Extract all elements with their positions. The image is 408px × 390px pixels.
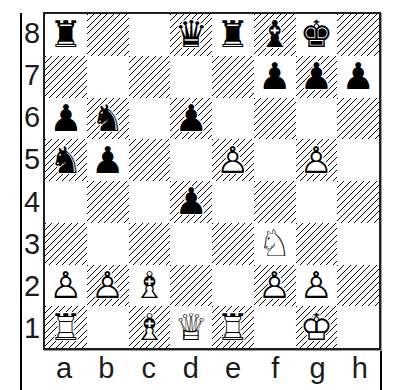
square-g4 — [296, 181, 338, 223]
rank-label-1: 1 — [22, 308, 42, 350]
square-e5: ♟♙ — [212, 139, 254, 181]
square-a7 — [45, 56, 87, 98]
piece-black-knight-b6: ♞ — [87, 98, 129, 140]
square-h4 — [337, 181, 379, 223]
square-f1 — [254, 306, 296, 348]
piece-white-pawn-a2: ♙ — [45, 265, 87, 307]
square-a1: ♜♖ — [45, 306, 87, 348]
piece-white-rook-e1: ♖ — [212, 306, 254, 348]
square-a5: ♞ — [45, 139, 87, 181]
piece-silhouette-e1: ♜ — [212, 306, 254, 348]
square-d2 — [170, 265, 212, 307]
square-b3 — [87, 223, 129, 265]
piece-black-queen-d8: ♛ — [170, 14, 212, 56]
square-b1 — [87, 306, 129, 348]
piece-black-knight-a5: ♞ — [45, 139, 87, 181]
square-e8: ♜ — [212, 14, 254, 56]
file-label-g: g — [297, 349, 339, 387]
square-f5 — [254, 139, 296, 181]
square-e3 — [212, 223, 254, 265]
square-d1: ♛♕ — [170, 306, 212, 348]
square-d6: ♟ — [170, 98, 212, 140]
square-b8 — [87, 14, 129, 56]
square-c3 — [129, 223, 171, 265]
piece-black-pawn-d4: ♟ — [170, 181, 212, 223]
file-labels: abcdefgh — [43, 349, 381, 387]
square-b6: ♞ — [87, 98, 129, 140]
piece-white-pawn-e5: ♙ — [212, 139, 254, 181]
square-g6 — [296, 98, 338, 140]
square-c2: ♝♗ — [129, 265, 171, 307]
piece-silhouette-a1: ♜ — [45, 306, 87, 348]
square-c6 — [129, 98, 171, 140]
square-h7: ♟ — [337, 56, 379, 98]
square-e1: ♜♖ — [212, 306, 254, 348]
piece-silhouette-a2: ♟ — [45, 265, 87, 307]
square-g2: ♟♙ — [296, 265, 338, 307]
square-c7 — [129, 56, 171, 98]
piece-black-bishop-f8: ♝ — [254, 14, 296, 56]
square-a8: ♜ — [45, 14, 87, 56]
piece-silhouette-b2: ♟ — [87, 265, 129, 307]
square-h6 — [337, 98, 379, 140]
square-a2: ♟♙ — [45, 265, 87, 307]
square-f6 — [254, 98, 296, 140]
piece-silhouette-g2: ♟ — [296, 265, 338, 307]
piece-black-king-g8: ♚ — [296, 14, 338, 56]
piece-white-rook-a1: ♖ — [45, 306, 87, 348]
square-b4 — [87, 181, 129, 223]
square-f2: ♟♙ — [254, 265, 296, 307]
piece-silhouette-c2: ♝ — [129, 265, 171, 307]
piece-white-knight-f3: ♘ — [254, 223, 296, 265]
square-g8: ♚ — [296, 14, 338, 56]
square-d7 — [170, 56, 212, 98]
square-c5 — [129, 139, 171, 181]
piece-white-queen-d1: ♕ — [170, 306, 212, 348]
square-a3 — [45, 223, 87, 265]
piece-black-pawn-g7: ♟ — [296, 56, 338, 98]
rank-label-4: 4 — [22, 181, 42, 223]
square-g5: ♟♙ — [296, 139, 338, 181]
square-c1: ♝♗ — [129, 306, 171, 348]
square-f3: ♞♘ — [254, 223, 296, 265]
piece-black-pawn-a6: ♟ — [45, 98, 87, 140]
file-label-h: h — [339, 349, 381, 387]
piece-black-rook-a8: ♜ — [45, 14, 87, 56]
piece-black-pawn-h7: ♟ — [337, 56, 379, 98]
piece-white-bishop-c1: ♗ — [129, 306, 171, 348]
piece-white-pawn-b2: ♙ — [87, 265, 129, 307]
rank-label-5: 5 — [22, 139, 42, 181]
square-h3 — [337, 223, 379, 265]
square-h2 — [337, 265, 379, 307]
rank-label-3: 3 — [22, 223, 42, 265]
square-h8 — [337, 14, 379, 56]
square-e4 — [212, 181, 254, 223]
file-label-b: b — [85, 349, 127, 387]
rank-label-6: 6 — [22, 97, 42, 139]
rank-label-7: 7 — [22, 54, 42, 96]
piece-black-rook-e8: ♜ — [212, 14, 254, 56]
rank-labels: 87654321 — [22, 12, 42, 350]
piece-silhouette-e5: ♟ — [212, 139, 254, 181]
piece-silhouette-g1: ♚ — [296, 306, 338, 348]
file-label-e: e — [212, 349, 254, 387]
square-g7: ♟ — [296, 56, 338, 98]
rank-label-2: 2 — [22, 266, 42, 308]
square-d8: ♛ — [170, 14, 212, 56]
file-label-d: d — [170, 349, 212, 387]
square-h1 — [337, 306, 379, 348]
square-g3 — [296, 223, 338, 265]
square-e7 — [212, 56, 254, 98]
square-d3 — [170, 223, 212, 265]
square-c4 — [129, 181, 171, 223]
piece-silhouette-d1: ♛ — [170, 306, 212, 348]
piece-black-pawn-d6: ♟ — [170, 98, 212, 140]
piece-white-pawn-g5: ♙ — [296, 139, 338, 181]
chess-board: ♜♛♜♝♚♟♟♟♟♞♟♞♟♟♙♟♙♟♞♘♟♙♟♙♝♗♟♙♟♙♜♖♝♗♛♕♜♖♚♔ — [43, 12, 381, 350]
file-label-a: a — [43, 349, 85, 387]
piece-white-pawn-g2: ♙ — [296, 265, 338, 307]
square-h5 — [337, 139, 379, 181]
square-a4 — [45, 181, 87, 223]
square-f7: ♟ — [254, 56, 296, 98]
square-e2 — [212, 265, 254, 307]
file-label-f: f — [254, 349, 296, 387]
square-f4 — [254, 181, 296, 223]
piece-white-pawn-f2: ♙ — [254, 265, 296, 307]
square-e6 — [212, 98, 254, 140]
chess-diagram: 87654321 ♜♛♜♝♚♟♟♟♟♞♟♞♟♟♙♟♙♟♞♘♟♙♟♙♝♗♟♙♟♙♜… — [0, 0, 408, 390]
square-d4: ♟ — [170, 181, 212, 223]
piece-silhouette-f3: ♞ — [254, 223, 296, 265]
square-b5: ♟ — [87, 139, 129, 181]
piece-silhouette-c1: ♝ — [129, 306, 171, 348]
piece-black-pawn-f7: ♟ — [254, 56, 296, 98]
piece-white-bishop-c2: ♗ — [129, 265, 171, 307]
file-label-c: c — [128, 349, 170, 387]
square-b7 — [87, 56, 129, 98]
square-g1: ♚♔ — [296, 306, 338, 348]
square-c8 — [129, 14, 171, 56]
square-d5 — [170, 139, 212, 181]
piece-silhouette-g5: ♟ — [296, 139, 338, 181]
piece-silhouette-f2: ♟ — [254, 265, 296, 307]
rank-label-8: 8 — [22, 12, 42, 54]
square-a6: ♟ — [45, 98, 87, 140]
piece-black-pawn-b5: ♟ — [87, 139, 129, 181]
square-f8: ♝ — [254, 14, 296, 56]
piece-white-king-g1: ♔ — [296, 306, 338, 348]
square-b2: ♟♙ — [87, 265, 129, 307]
